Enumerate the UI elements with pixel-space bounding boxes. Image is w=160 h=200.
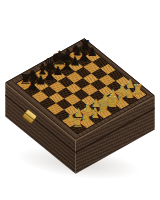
black-pawn-a7[interactable]: ♟	[27, 80, 38, 92]
white-rook-a1[interactable]: ♜	[73, 117, 84, 129]
chess-set-scene: ♜♞♝♛♚♝♞♜♟♟♟♟♟♟♟♟♟♟♟♟♟♟♟♟♜♞♝♛♚♝♞♜	[0, 0, 160, 200]
